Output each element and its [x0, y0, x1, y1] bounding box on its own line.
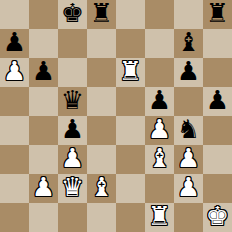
square-a8[interactable]	[0, 0, 29, 29]
square-g7[interactable]: ♝	[174, 29, 203, 58]
piece-white-king-h1[interactable]: ♚	[206, 203, 229, 231]
square-d8[interactable]: ♜	[87, 0, 116, 29]
square-a4[interactable]	[0, 116, 29, 145]
piece-white-rook-f1[interactable]: ♜	[148, 203, 171, 231]
square-f8[interactable]	[145, 0, 174, 29]
square-a5[interactable]	[0, 87, 29, 116]
piece-black-knight-g4[interactable]: ♞	[177, 116, 200, 144]
piece-white-pawn-f4[interactable]: ♟	[148, 116, 171, 144]
piece-white-rook-e6[interactable]: ♜	[119, 58, 142, 86]
piece-black-pawn-c4[interactable]: ♟	[61, 116, 84, 144]
square-h7[interactable]	[203, 29, 232, 58]
square-c6[interactable]	[58, 58, 87, 87]
piece-white-pawn-c3[interactable]: ♟	[61, 145, 84, 173]
square-g8[interactable]	[174, 0, 203, 29]
piece-black-pawn-f5[interactable]: ♟	[148, 87, 171, 115]
square-d3[interactable]	[87, 145, 116, 174]
piece-white-pawn-b2[interactable]: ♟	[32, 174, 55, 202]
piece-white-bishop-d2[interactable]: ♝	[90, 174, 113, 202]
square-h6[interactable]	[203, 58, 232, 87]
square-d2[interactable]: ♝	[87, 174, 116, 203]
square-c7[interactable]	[58, 29, 87, 58]
square-f7[interactable]	[145, 29, 174, 58]
square-a6[interactable]: ♟	[0, 58, 29, 87]
square-b8[interactable]	[29, 0, 58, 29]
square-e2[interactable]	[116, 174, 145, 203]
square-e5[interactable]	[116, 87, 145, 116]
piece-white-pawn-a6[interactable]: ♟	[3, 58, 26, 86]
square-f2[interactable]	[145, 174, 174, 203]
square-f3[interactable]: ♝	[145, 145, 174, 174]
square-d6[interactable]	[87, 58, 116, 87]
square-b3[interactable]	[29, 145, 58, 174]
square-a3[interactable]	[0, 145, 29, 174]
square-e1[interactable]	[116, 203, 145, 232]
square-h3[interactable]	[203, 145, 232, 174]
square-h4[interactable]	[203, 116, 232, 145]
square-h1[interactable]: ♚	[203, 203, 232, 232]
piece-black-pawn-g6[interactable]: ♟	[177, 58, 200, 86]
square-c3[interactable]: ♟	[58, 145, 87, 174]
chess-board: ♚♜♜♟♝♟♟♜♟♛♟♟♟♟♞♟♝♟♟♛♝♟♜♚	[0, 0, 232, 232]
square-c8[interactable]: ♚	[58, 0, 87, 29]
piece-black-pawn-a7[interactable]: ♟	[3, 29, 26, 57]
square-a2[interactable]	[0, 174, 29, 203]
square-g6[interactable]: ♟	[174, 58, 203, 87]
square-g5[interactable]	[174, 87, 203, 116]
square-b7[interactable]	[29, 29, 58, 58]
square-e4[interactable]	[116, 116, 145, 145]
square-g4[interactable]: ♞	[174, 116, 203, 145]
piece-white-pawn-g3[interactable]: ♟	[177, 145, 200, 173]
square-a7[interactable]: ♟	[0, 29, 29, 58]
square-e8[interactable]	[116, 0, 145, 29]
piece-black-king-c8[interactable]: ♚	[61, 0, 84, 28]
square-c1[interactable]	[58, 203, 87, 232]
square-b6[interactable]: ♟	[29, 58, 58, 87]
square-d1[interactable]	[87, 203, 116, 232]
square-e7[interactable]	[116, 29, 145, 58]
square-d5[interactable]	[87, 87, 116, 116]
piece-white-queen-c2[interactable]: ♛	[61, 174, 84, 202]
piece-black-rook-d8[interactable]: ♜	[90, 0, 113, 28]
square-f1[interactable]: ♜	[145, 203, 174, 232]
square-b5[interactable]	[29, 87, 58, 116]
square-g2[interactable]: ♟	[174, 174, 203, 203]
piece-black-bishop-g7[interactable]: ♝	[177, 29, 200, 57]
piece-black-queen-c5[interactable]: ♛	[61, 87, 84, 115]
piece-black-rook-h8[interactable]: ♜	[206, 0, 229, 28]
square-f5[interactable]: ♟	[145, 87, 174, 116]
square-h5[interactable]: ♟	[203, 87, 232, 116]
square-c4[interactable]: ♟	[58, 116, 87, 145]
square-g3[interactable]: ♟	[174, 145, 203, 174]
square-h2[interactable]	[203, 174, 232, 203]
square-h8[interactable]: ♜	[203, 0, 232, 29]
square-c5[interactable]: ♛	[58, 87, 87, 116]
square-f6[interactable]	[145, 58, 174, 87]
piece-black-pawn-h5[interactable]: ♟	[206, 87, 229, 115]
square-b1[interactable]	[29, 203, 58, 232]
square-a1[interactable]	[0, 203, 29, 232]
square-b2[interactable]: ♟	[29, 174, 58, 203]
square-b4[interactable]	[29, 116, 58, 145]
piece-white-bishop-f3[interactable]: ♝	[148, 145, 171, 173]
piece-black-pawn-b6[interactable]: ♟	[32, 58, 55, 86]
square-f4[interactable]: ♟	[145, 116, 174, 145]
square-d7[interactable]	[87, 29, 116, 58]
square-e3[interactable]	[116, 145, 145, 174]
square-g1[interactable]	[174, 203, 203, 232]
piece-white-pawn-g2[interactable]: ♟	[177, 174, 200, 202]
square-d4[interactable]	[87, 116, 116, 145]
square-e6[interactable]: ♜	[116, 58, 145, 87]
square-c2[interactable]: ♛	[58, 174, 87, 203]
